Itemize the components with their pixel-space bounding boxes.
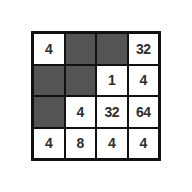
cell-r3c0: 4 [34, 129, 64, 159]
cell-r1c3: 4 [129, 66, 159, 96]
cell-r1c0 [34, 66, 64, 96]
cell-r2c1: 4 [66, 97, 96, 127]
cell-r3c2: 4 [97, 129, 127, 159]
cell-r3c3: 4 [129, 129, 159, 159]
cell-r2c2: 32 [97, 97, 127, 127]
cell-r0c0: 4 [34, 34, 64, 64]
cell-r1c1 [66, 66, 96, 96]
cell-r1c2: 1 [97, 66, 127, 96]
cell-r0c1 [66, 34, 96, 64]
cell-r2c0 [34, 97, 64, 127]
cell-r3c1: 8 [66, 129, 96, 159]
cell-r0c2 [97, 34, 127, 64]
puzzle-board: 4 32 1 4 4 32 64 4 8 4 4 [31, 31, 161, 161]
cell-r2c3: 64 [129, 97, 159, 127]
cell-r0c3: 32 [129, 34, 159, 64]
